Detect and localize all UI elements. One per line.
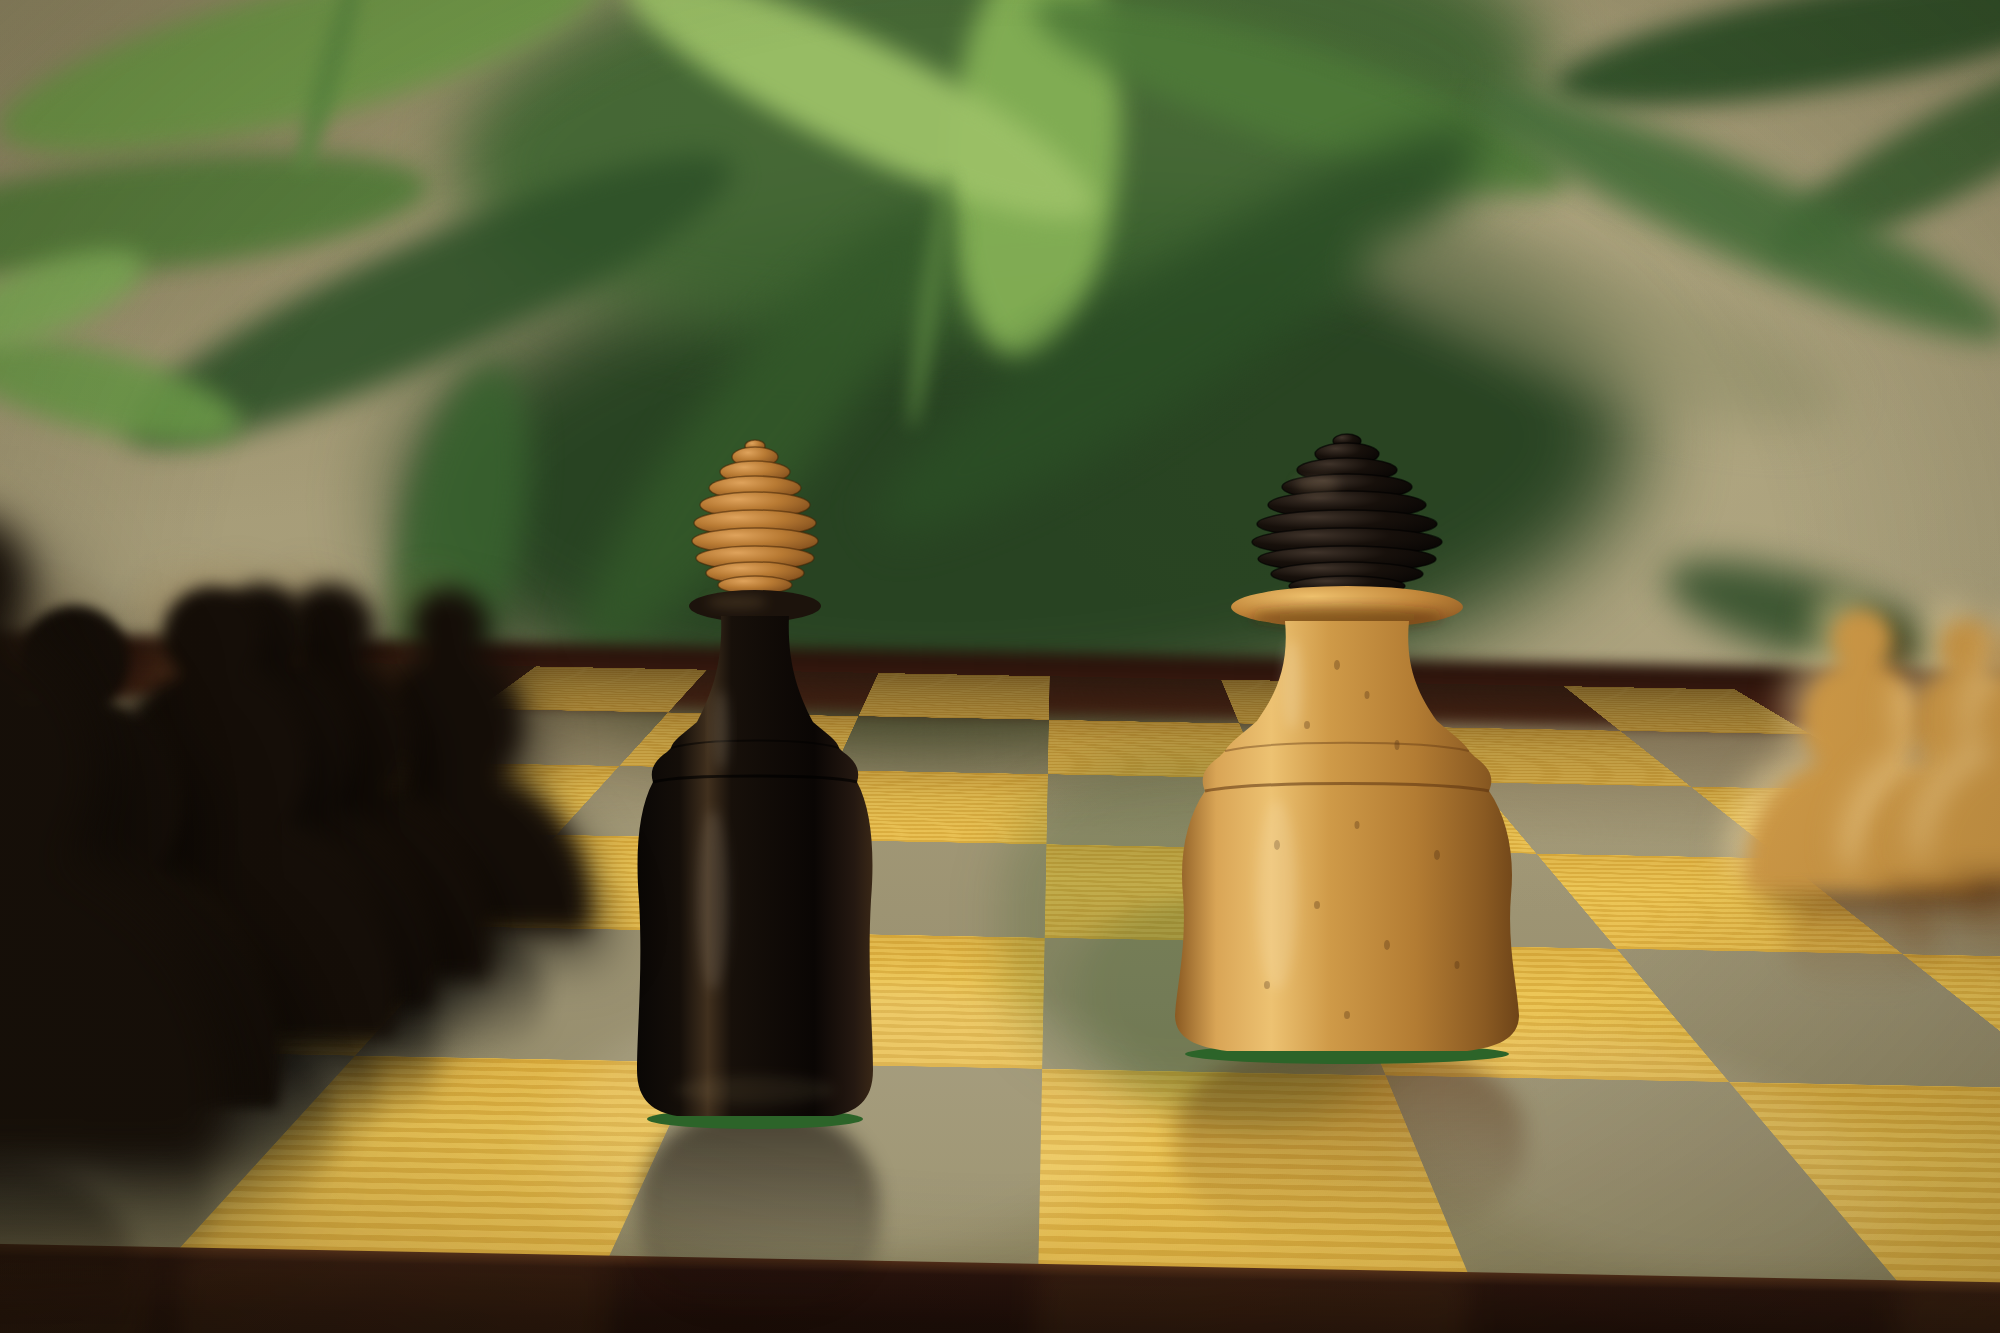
pieces-layer: ♟♟♟♟♟♟♟♟♟ [0, 0, 2000, 1333]
photo-stage: Close-up photograph of a glossy maple an… [0, 0, 2000, 1333]
chess-piece-black-beehive [625, 430, 885, 1130]
pawn-glyph: ♟ [0, 409, 358, 1298]
pawn-black: ♟ [0, 276, 316, 1165]
pawn-glyph: ♟ [1881, 589, 2000, 922]
chess-piece-white-beehive [1157, 425, 1537, 1065]
pawn-white: ♟ [1897, 539, 2000, 872]
